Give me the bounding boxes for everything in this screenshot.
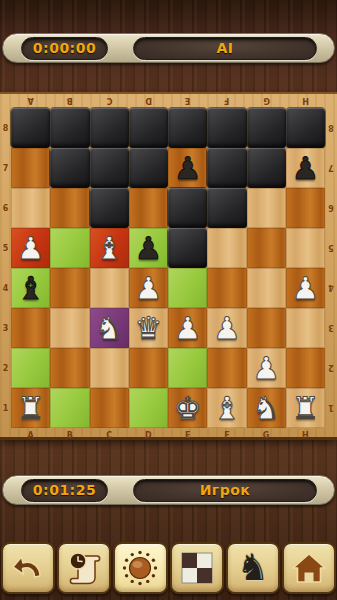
square-h5[interactable] [286, 228, 325, 268]
square-f7[interactable] [207, 148, 246, 188]
board-frame-corner [0, 428, 11, 442]
square-b1[interactable] [50, 388, 89, 428]
upper-wood-gap [0, 63, 337, 92]
square-e8[interactable] [168, 108, 207, 148]
file-label-bottom-c: C [90, 428, 129, 442]
rank-label-right-3: 3 [325, 308, 337, 348]
square-g7[interactable] [247, 148, 286, 188]
rank-label-left-6: 6 [0, 188, 11, 228]
file-label-bottom-e: E [168, 428, 207, 442]
toolbar-wood-gap [0, 505, 337, 542]
square-f8[interactable] [207, 108, 246, 148]
wooden-dial-icon [121, 549, 159, 587]
opponent-name: AI [216, 40, 233, 56]
player-bar: 0:01:25 Игрок [2, 475, 335, 505]
file-label-top-h: H [286, 94, 325, 108]
square-b2[interactable] [50, 348, 89, 388]
piece-white-pawn: ♟ [174, 308, 202, 348]
square-f1[interactable]: ♝ [207, 388, 246, 428]
square-d2[interactable] [129, 348, 168, 388]
home-button[interactable] [282, 542, 336, 594]
rank-label-right-7: 7 [325, 148, 337, 188]
piece-white-king: ♚ [174, 388, 202, 428]
file-label-top-b: B [50, 94, 89, 108]
square-c1[interactable] [90, 388, 129, 428]
file-label-bottom-d: D [129, 428, 168, 442]
rank-label-right-2: 2 [325, 348, 337, 388]
piece-white-bishop: ♝ [213, 388, 241, 428]
board-frame-corner [325, 428, 337, 442]
app-screen: 0:00:00 AI ABCDEFGH887♟♟7665♟♝♟54♝♟♟43♞♛… [0, 0, 337, 600]
square-a6[interactable] [11, 188, 50, 228]
piece-white-pawn: ♟ [213, 308, 241, 348]
rank-label-left-8: 8 [0, 108, 11, 148]
piece-black-pawn: ♟ [174, 148, 202, 188]
file-label-top-c: C [90, 94, 129, 108]
checkerboard-icon [178, 549, 216, 587]
square-g3[interactable] [247, 308, 286, 348]
square-h2[interactable] [286, 348, 325, 388]
square-f3[interactable]: ♟ [207, 308, 246, 348]
square-c7[interactable] [90, 148, 129, 188]
square-e3[interactable]: ♟ [168, 308, 207, 348]
square-c3[interactable]: ♞ [90, 308, 129, 348]
square-a5[interactable]: ♟ [11, 228, 50, 268]
file-label-bottom-g: G [247, 428, 286, 442]
square-h7[interactable]: ♟ [286, 148, 325, 188]
move-history-button[interactable] [57, 542, 111, 594]
rank-label-left-3: 3 [0, 308, 11, 348]
board-style-button[interactable] [170, 542, 224, 594]
piece-white-rook: ♜ [291, 388, 319, 428]
piece-white-queen: ♛ [134, 308, 162, 348]
square-c5[interactable]: ♝ [90, 228, 129, 268]
square-a7[interactable] [11, 148, 50, 188]
player-name: Игрок [200, 482, 251, 498]
square-b5[interactable] [50, 228, 89, 268]
opponent-name-plate: AI [133, 37, 317, 60]
player-clock: 0:01:25 [21, 479, 108, 502]
square-f5[interactable] [207, 228, 246, 268]
piece-white-knight: ♞ [252, 388, 280, 428]
scroll-clock-icon [65, 549, 103, 587]
black-knight-icon: ♞ [237, 550, 269, 586]
board-frame-corner [0, 94, 11, 108]
square-a3[interactable] [11, 308, 50, 348]
file-label-bottom-a: A [11, 428, 50, 442]
square-e1[interactable]: ♚ [168, 388, 207, 428]
piece-white-pawn: ♟ [291, 268, 319, 308]
square-d4[interactable]: ♟ [129, 268, 168, 308]
player-clock-value: 0:01:25 [33, 482, 96, 498]
rank-label-left-2: 2 [0, 348, 11, 388]
square-d8[interactable] [129, 108, 168, 148]
piece-black-pawn: ♟ [134, 228, 162, 268]
file-label-top-e: E [168, 94, 207, 108]
rank-label-right-4: 4 [325, 268, 337, 308]
square-d7[interactable] [129, 148, 168, 188]
square-b4[interactable] [50, 268, 89, 308]
square-g6[interactable] [247, 188, 286, 228]
square-b7[interactable] [50, 148, 89, 188]
square-a1[interactable]: ♜ [11, 388, 50, 428]
square-g8[interactable] [247, 108, 286, 148]
square-g5[interactable] [247, 228, 286, 268]
square-b8[interactable] [50, 108, 89, 148]
rank-label-right-6: 6 [325, 188, 337, 228]
pieces-style-button[interactable]: ♞ [226, 542, 280, 594]
square-d3[interactable]: ♛ [129, 308, 168, 348]
square-e5[interactable] [168, 228, 207, 268]
piece-white-pawn: ♟ [17, 228, 45, 268]
game-mode-button[interactable] [113, 542, 167, 594]
home-icon [290, 549, 328, 587]
square-h1[interactable]: ♜ [286, 388, 325, 428]
square-c6[interactable] [90, 188, 129, 228]
piece-white-pawn: ♟ [252, 348, 280, 388]
bottom-toolbar: ♞ [0, 542, 337, 594]
rank-label-left-4: 4 [0, 268, 11, 308]
square-e6[interactable] [168, 188, 207, 228]
file-label-top-g: G [247, 94, 286, 108]
file-label-top-a: A [11, 94, 50, 108]
square-f6[interactable] [207, 188, 246, 228]
rank-label-left-7: 7 [0, 148, 11, 188]
square-h6[interactable] [286, 188, 325, 228]
square-b6[interactable] [50, 188, 89, 228]
file-label-bottom-h: H [286, 428, 325, 442]
square-g2[interactable]: ♟ [247, 348, 286, 388]
square-g4[interactable] [247, 268, 286, 308]
chess-board: ABCDEFGH887♟♟7665♟♝♟54♝♟♟43♞♛♟♟32♟21♜♚♝♞… [0, 92, 337, 440]
square-d6[interactable] [129, 188, 168, 228]
opponent-bar: 0:00:00 AI [2, 33, 335, 63]
square-e4[interactable] [168, 268, 207, 308]
square-d1[interactable] [129, 388, 168, 428]
rank-label-right-1: 1 [325, 388, 337, 428]
square-a2[interactable] [11, 348, 50, 388]
undo-button[interactable] [1, 542, 55, 594]
piece-white-pawn: ♟ [134, 268, 162, 308]
square-h4[interactable]: ♟ [286, 268, 325, 308]
square-f2[interactable] [207, 348, 246, 388]
piece-white-bishop: ♝ [95, 228, 123, 268]
undo-arrow-icon [9, 549, 47, 587]
square-g1[interactable]: ♞ [247, 388, 286, 428]
rank-label-left-1: 1 [0, 388, 11, 428]
rank-label-right-5: 5 [325, 228, 337, 268]
piece-white-rook: ♜ [17, 388, 45, 428]
piece-white-knight: ♞ [95, 308, 123, 348]
file-label-top-d: D [129, 94, 168, 108]
square-f4[interactable] [207, 268, 246, 308]
board-frame-corner [325, 94, 337, 108]
square-c8[interactable] [90, 108, 129, 148]
rank-label-left-5: 5 [0, 228, 11, 268]
square-h3[interactable] [286, 308, 325, 348]
bottom-wood-strip [0, 594, 337, 600]
file-label-bottom-b: B [50, 428, 89, 442]
piece-black-pawn: ♟ [291, 148, 319, 188]
square-b3[interactable] [50, 308, 89, 348]
square-c4[interactable] [90, 268, 129, 308]
square-c2[interactable] [90, 348, 129, 388]
lower-wood-gap [0, 440, 337, 475]
opponent-clock: 0:00:00 [21, 37, 108, 60]
top-wood-strip [0, 0, 337, 33]
file-label-top-f: F [207, 94, 246, 108]
piece-black-bishop: ♝ [17, 268, 45, 308]
square-e2[interactable] [168, 348, 207, 388]
file-label-bottom-f: F [207, 428, 246, 442]
square-d5[interactable]: ♟ [129, 228, 168, 268]
rank-label-right-8: 8 [325, 108, 337, 148]
opponent-clock-value: 0:00:00 [33, 40, 96, 56]
player-name-plate: Игрок [133, 479, 317, 502]
square-e7[interactable]: ♟ [168, 148, 207, 188]
square-a4[interactable]: ♝ [11, 268, 50, 308]
square-a8[interactable] [11, 108, 50, 148]
square-h8[interactable] [286, 108, 325, 148]
